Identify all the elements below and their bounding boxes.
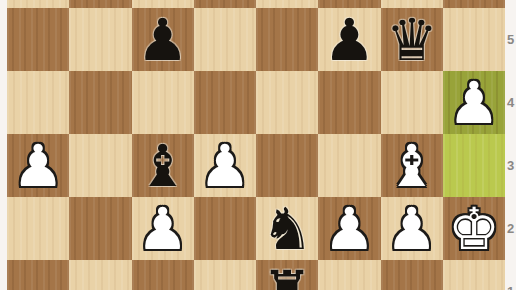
- square-c5[interactable]: ♟: [132, 8, 194, 71]
- square-e4[interactable]: [256, 71, 318, 134]
- square-f1[interactable]: [318, 260, 380, 290]
- square-a4[interactable]: [7, 71, 69, 134]
- piece-white-bishop[interactable]: ♝: [386, 137, 438, 195]
- piece-black-rook[interactable]: ♜: [12, 0, 64, 6]
- chess-board: ♜♜♟♟♛♟♟♝♟♝♟♞♟♟♚♜: [7, 0, 505, 290]
- square-h1[interactable]: [443, 260, 505, 290]
- square-d5[interactable]: [194, 8, 256, 71]
- square-f2[interactable]: ♟: [318, 197, 380, 260]
- square-e2[interactable]: ♞: [256, 197, 318, 260]
- rank-label-5: 5: [505, 32, 516, 47]
- square-b3[interactable]: [69, 134, 131, 197]
- piece-black-queen[interactable]: ♛: [386, 11, 438, 69]
- square-a2[interactable]: [7, 197, 69, 260]
- square-c1[interactable]: [132, 260, 194, 290]
- square-h3[interactable]: [443, 134, 505, 197]
- square-h2[interactable]: ♚: [443, 197, 505, 260]
- piece-white-pawn[interactable]: ♟: [448, 74, 500, 132]
- square-e3[interactable]: [256, 134, 318, 197]
- square-f5[interactable]: ♟: [318, 8, 380, 71]
- piece-white-pawn[interactable]: ♟: [12, 137, 64, 195]
- rank-label-4: 4: [505, 95, 516, 110]
- square-b1[interactable]: [69, 260, 131, 290]
- square-h4[interactable]: ♟: [443, 71, 505, 134]
- rank-label-3: 3: [505, 158, 516, 173]
- square-h5[interactable]: [443, 8, 505, 71]
- piece-white-king[interactable]: ♚: [448, 200, 500, 258]
- square-a3[interactable]: ♟: [7, 134, 69, 197]
- piece-white-pawn[interactable]: ♟: [137, 200, 189, 258]
- square-d1[interactable]: [194, 260, 256, 290]
- piece-black-pawn[interactable]: ♟: [323, 11, 375, 69]
- square-b5[interactable]: [69, 8, 131, 71]
- square-h6[interactable]: ♜: [443, 0, 505, 8]
- piece-black-rook[interactable]: ♜: [448, 0, 500, 6]
- piece-white-pawn[interactable]: ♟: [386, 200, 438, 258]
- square-g4[interactable]: [381, 71, 443, 134]
- square-c3[interactable]: ♝: [132, 134, 194, 197]
- square-g3[interactable]: ♝: [381, 134, 443, 197]
- piece-black-pawn[interactable]: ♟: [137, 11, 189, 69]
- piece-black-knight[interactable]: ♞: [261, 200, 313, 258]
- piece-black-bishop[interactable]: ♝: [137, 137, 189, 195]
- square-a6[interactable]: ♜: [7, 0, 69, 8]
- square-a1[interactable]: [7, 260, 69, 290]
- square-a5[interactable]: [7, 8, 69, 71]
- square-b4[interactable]: [69, 71, 131, 134]
- square-d4[interactable]: [194, 71, 256, 134]
- square-d6[interactable]: [194, 0, 256, 8]
- square-e1[interactable]: ♜: [256, 260, 318, 290]
- square-g1[interactable]: [381, 260, 443, 290]
- piece-white-pawn[interactable]: ♟: [199, 137, 251, 195]
- square-b2[interactable]: [69, 197, 131, 260]
- square-d2[interactable]: [194, 197, 256, 260]
- rank-label-1: 1: [505, 284, 516, 290]
- chess-app-viewport: ♜♜♟♟♛♟♟♝♟♝♟♞♟♟♚♜ 54321: [0, 0, 516, 290]
- square-b6[interactable]: [69, 0, 131, 8]
- square-g5[interactable]: ♛: [381, 8, 443, 71]
- square-c4[interactable]: [132, 71, 194, 134]
- rank-label-2: 2: [505, 221, 516, 236]
- square-g2[interactable]: ♟: [381, 197, 443, 260]
- square-f3[interactable]: [318, 134, 380, 197]
- square-d3[interactable]: ♟: [194, 134, 256, 197]
- square-e5[interactable]: [256, 8, 318, 71]
- square-f4[interactable]: [318, 71, 380, 134]
- piece-black-rook[interactable]: ♜: [261, 263, 313, 290]
- piece-white-pawn[interactable]: ♟: [323, 200, 375, 258]
- square-e6[interactable]: [256, 0, 318, 8]
- square-c2[interactable]: ♟: [132, 197, 194, 260]
